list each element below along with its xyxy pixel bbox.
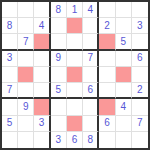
cell-r3c9[interactable] <box>132 34 148 50</box>
cell-r4c4[interactable]: 9 <box>51 51 67 67</box>
cell-r1c1[interactable] <box>2 2 18 18</box>
cell-r5c3[interactable] <box>34 67 50 83</box>
cell-r2c6[interactable] <box>83 18 99 34</box>
cell-r6c2[interactable] <box>18 83 34 99</box>
cell-r5c7[interactable] <box>99 67 115 83</box>
cell-r3c4[interactable] <box>51 34 67 50</box>
cell-r7c5[interactable] <box>67 99 83 115</box>
cell-r9c6[interactable]: 8 <box>83 132 99 148</box>
cell-r4c2[interactable] <box>18 51 34 67</box>
cell-r7c1[interactable] <box>2 99 18 115</box>
cell-r5c4[interactable] <box>51 67 67 83</box>
cell-r7c3[interactable] <box>34 99 50 115</box>
cell-r8c6[interactable] <box>83 116 99 132</box>
cell-r6c3[interactable] <box>34 83 50 99</box>
cell-r2c7[interactable]: 2 <box>99 18 115 34</box>
cell-r1c9[interactable] <box>132 2 148 18</box>
cell-r4c7[interactable] <box>99 51 115 67</box>
cell-r6c9[interactable]: 2 <box>132 83 148 99</box>
cell-r7c6[interactable] <box>83 99 99 115</box>
cell-r6c5[interactable] <box>67 83 83 99</box>
cell-r3c1[interactable] <box>2 34 18 50</box>
cell-r9c5[interactable]: 6 <box>67 132 83 148</box>
cell-r5c1[interactable] <box>2 67 18 83</box>
cell-r1c8[interactable] <box>116 2 132 18</box>
cell-r3c2[interactable]: 7 <box>18 34 34 50</box>
cell-r2c5[interactable] <box>67 18 83 34</box>
cell-r1c4[interactable]: 8 <box>51 2 67 18</box>
cell-r3c8[interactable]: 5 <box>116 34 132 50</box>
cell-r9c9[interactable] <box>132 132 148 148</box>
cell-r7c2[interactable]: 9 <box>18 99 34 115</box>
cell-r4c6[interactable]: 7 <box>83 51 99 67</box>
cell-r9c8[interactable] <box>116 132 132 148</box>
cell-r5c2[interactable] <box>18 67 34 83</box>
cell-r6c1[interactable]: 7 <box>2 83 18 99</box>
cell-r8c7[interactable]: 6 <box>99 116 115 132</box>
cell-r5c8[interactable] <box>116 67 132 83</box>
cell-r8c4[interactable] <box>51 116 67 132</box>
cell-r9c4[interactable]: 3 <box>51 132 67 148</box>
cell-r3c7[interactable] <box>99 34 115 50</box>
cell-r4c5[interactable] <box>67 51 83 67</box>
cell-r6c8[interactable] <box>116 83 132 99</box>
cell-r4c8[interactable] <box>116 51 132 67</box>
cell-r2c2[interactable] <box>18 18 34 34</box>
cell-r7c4[interactable] <box>51 99 67 115</box>
cell-r1c5[interactable]: 1 <box>67 2 83 18</box>
cell-r5c9[interactable] <box>132 67 148 83</box>
cell-r1c7[interactable] <box>99 2 115 18</box>
cell-r8c1[interactable]: 5 <box>2 116 18 132</box>
cell-r5c6[interactable] <box>83 67 99 83</box>
cell-r9c1[interactable] <box>2 132 18 148</box>
cell-r6c7[interactable] <box>99 83 115 99</box>
cell-r8c5[interactable] <box>67 116 83 132</box>
sudoku-board: 81484237539767562945367368 <box>0 0 150 150</box>
cell-r8c2[interactable] <box>18 116 34 132</box>
cell-r3c5[interactable] <box>67 34 83 50</box>
cell-r2c3[interactable]: 4 <box>34 18 50 34</box>
cell-r1c6[interactable]: 4 <box>83 2 99 18</box>
cell-r5c5[interactable] <box>67 67 83 83</box>
cell-r8c3[interactable]: 3 <box>34 116 50 132</box>
cell-r1c3[interactable] <box>34 2 50 18</box>
cell-r4c9[interactable]: 6 <box>132 51 148 67</box>
cell-r7c7[interactable] <box>99 99 115 115</box>
cell-r2c1[interactable]: 8 <box>2 18 18 34</box>
cell-r9c3[interactable] <box>34 132 50 148</box>
cell-r8c8[interactable] <box>116 116 132 132</box>
cell-r1c2[interactable] <box>18 2 34 18</box>
cell-r2c9[interactable]: 3 <box>132 18 148 34</box>
cell-r3c3[interactable] <box>34 34 50 50</box>
cell-r7c8[interactable]: 4 <box>116 99 132 115</box>
cell-r4c1[interactable]: 3 <box>2 51 18 67</box>
cell-r9c2[interactable] <box>18 132 34 148</box>
cell-r2c4[interactable] <box>51 18 67 34</box>
cell-r6c6[interactable]: 6 <box>83 83 99 99</box>
cell-r8c9[interactable]: 7 <box>132 116 148 132</box>
cell-r2c8[interactable] <box>116 18 132 34</box>
cell-r3c6[interactable] <box>83 34 99 50</box>
cell-r6c4[interactable]: 5 <box>51 83 67 99</box>
cell-r7c9[interactable] <box>132 99 148 115</box>
cell-r9c7[interactable] <box>99 132 115 148</box>
cell-r4c3[interactable] <box>34 51 50 67</box>
